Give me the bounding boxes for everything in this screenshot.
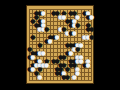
page-background: ●●●●●●●●●●●●●●●●●●●●●●●●●●●●●●●●●●●●●●●●…	[0, 0, 120, 90]
go-board[interactable]: ●●●●●●●●●●●●●●●●●●●●●●●●●●●●●●●●●●●●●●●●…	[26, 5, 94, 84]
board-grid	[29, 9, 92, 81]
